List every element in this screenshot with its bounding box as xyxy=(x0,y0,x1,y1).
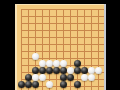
grid-line-vertical xyxy=(21,9,22,90)
grid-line-horizontal xyxy=(21,51,106,52)
black-stone xyxy=(25,74,32,81)
black-stone xyxy=(25,81,32,88)
black-stone xyxy=(74,81,81,88)
grid-line-vertical xyxy=(77,9,78,90)
black-stone xyxy=(67,74,74,81)
white-stone xyxy=(67,67,74,74)
black-stone xyxy=(60,81,67,88)
grid-line-vertical xyxy=(49,9,50,90)
black-stone xyxy=(74,67,81,74)
black-stone xyxy=(39,67,46,74)
black-stone xyxy=(32,81,39,88)
white-stone xyxy=(46,81,53,88)
screen-background xyxy=(0,0,120,90)
white-stone xyxy=(32,74,39,81)
black-stone xyxy=(81,67,88,74)
black-stone xyxy=(18,81,25,88)
white-stone xyxy=(46,60,53,67)
go-board[interactable] xyxy=(15,4,104,90)
board-right-edge xyxy=(104,4,106,90)
white-stone xyxy=(95,67,102,74)
black-stone xyxy=(46,67,53,74)
black-stone xyxy=(60,74,67,81)
grid-line-vertical xyxy=(56,9,57,90)
black-stone xyxy=(74,60,81,67)
white-stone xyxy=(39,74,46,81)
white-stone xyxy=(81,74,88,81)
white-stone xyxy=(88,74,95,81)
white-stone xyxy=(32,53,39,60)
white-stone xyxy=(53,60,60,67)
white-stone xyxy=(39,60,46,67)
white-stone xyxy=(88,67,95,74)
grid-line-vertical xyxy=(98,9,99,90)
black-stone xyxy=(60,67,67,74)
black-stone xyxy=(32,67,39,74)
black-stone xyxy=(53,67,60,74)
white-stone xyxy=(60,60,67,67)
